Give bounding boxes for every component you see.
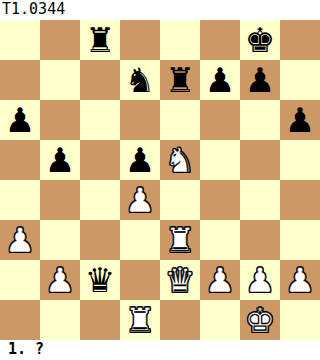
square-a4[interactable] <box>0 180 40 220</box>
black-king[interactable]: ♚ <box>245 20 275 60</box>
square-b2[interactable]: ♟ <box>40 260 80 300</box>
white-pawn[interactable]: ♟ <box>5 220 35 260</box>
square-a3[interactable]: ♟ <box>0 220 40 260</box>
square-g8[interactable]: ♚ <box>240 20 280 60</box>
square-d7[interactable]: ♞ <box>120 60 160 100</box>
square-c2[interactable]: ♛ <box>80 260 120 300</box>
square-g7[interactable]: ♟ <box>240 60 280 100</box>
black-pawn[interactable]: ♟ <box>45 140 75 180</box>
square-f2[interactable]: ♟ <box>200 260 240 300</box>
square-d5[interactable]: ♟ <box>120 140 160 180</box>
square-f7[interactable]: ♟ <box>200 60 240 100</box>
square-h7[interactable] <box>280 60 320 100</box>
square-e4[interactable] <box>160 180 200 220</box>
square-g2[interactable]: ♟ <box>240 260 280 300</box>
square-a8[interactable] <box>0 20 40 60</box>
square-h4[interactable] <box>280 180 320 220</box>
black-rook[interactable]: ♜ <box>85 20 115 60</box>
square-h8[interactable] <box>280 20 320 60</box>
square-b1[interactable] <box>40 300 80 340</box>
square-e8[interactable] <box>160 20 200 60</box>
square-e3[interactable]: ♜ <box>160 220 200 260</box>
white-rook[interactable]: ♜ <box>165 220 195 260</box>
black-pawn[interactable]: ♟ <box>5 100 35 140</box>
square-b5[interactable]: ♟ <box>40 140 80 180</box>
square-b3[interactable] <box>40 220 80 260</box>
white-pawn[interactable]: ♟ <box>125 180 155 220</box>
square-e1[interactable] <box>160 300 200 340</box>
square-g6[interactable] <box>240 100 280 140</box>
square-d6[interactable] <box>120 100 160 140</box>
square-a7[interactable] <box>0 60 40 100</box>
square-g5[interactable] <box>240 140 280 180</box>
white-king[interactable]: ♚ <box>245 300 275 340</box>
white-pawn[interactable]: ♟ <box>285 260 315 300</box>
square-e5[interactable]: ♞ <box>160 140 200 180</box>
square-a2[interactable] <box>0 260 40 300</box>
square-f6[interactable] <box>200 100 240 140</box>
square-h5[interactable] <box>280 140 320 180</box>
white-pawn[interactable]: ♟ <box>245 260 275 300</box>
square-d4[interactable]: ♟ <box>120 180 160 220</box>
square-c7[interactable] <box>80 60 120 100</box>
move-prompt: 1. ? <box>0 340 320 360</box>
black-pawn[interactable]: ♟ <box>205 60 235 100</box>
black-rook[interactable]: ♜ <box>165 60 195 100</box>
square-f8[interactable] <box>200 20 240 60</box>
square-c8[interactable]: ♜ <box>80 20 120 60</box>
black-queen[interactable]: ♛ <box>85 260 115 300</box>
square-b4[interactable] <box>40 180 80 220</box>
black-pawn[interactable]: ♟ <box>245 60 275 100</box>
black-pawn[interactable]: ♟ <box>125 140 155 180</box>
white-rook[interactable]: ♜ <box>125 300 155 340</box>
square-g3[interactable] <box>240 220 280 260</box>
square-b6[interactable] <box>40 100 80 140</box>
square-a5[interactable] <box>0 140 40 180</box>
square-f3[interactable] <box>200 220 240 260</box>
square-g1[interactable]: ♚ <box>240 300 280 340</box>
square-d8[interactable] <box>120 20 160 60</box>
chess-board[interactable]: ♜♚♞♜♟♟♟♟♟♟♞♟♟♜♟♛♛♟♟♟♜♚ <box>0 20 320 340</box>
square-c1[interactable] <box>80 300 120 340</box>
square-a1[interactable] <box>0 300 40 340</box>
square-h6[interactable]: ♟ <box>280 100 320 140</box>
square-d1[interactable]: ♜ <box>120 300 160 340</box>
square-f4[interactable] <box>200 180 240 220</box>
white-pawn[interactable]: ♟ <box>45 260 75 300</box>
square-e6[interactable] <box>160 100 200 140</box>
black-pawn[interactable]: ♟ <box>285 100 315 140</box>
white-queen[interactable]: ♛ <box>165 260 195 300</box>
black-knight[interactable]: ♞ <box>125 60 155 100</box>
white-knight[interactable]: ♞ <box>165 140 195 180</box>
square-h3[interactable] <box>280 220 320 260</box>
square-c5[interactable] <box>80 140 120 180</box>
square-c6[interactable] <box>80 100 120 140</box>
square-e7[interactable]: ♜ <box>160 60 200 100</box>
square-f5[interactable] <box>200 140 240 180</box>
square-b7[interactable] <box>40 60 80 100</box>
square-h2[interactable]: ♟ <box>280 260 320 300</box>
square-a6[interactable]: ♟ <box>0 100 40 140</box>
square-h1[interactable] <box>280 300 320 340</box>
square-f1[interactable] <box>200 300 240 340</box>
puzzle-title: T1.0344 <box>0 0 320 20</box>
square-d3[interactable] <box>120 220 160 260</box>
square-c3[interactable] <box>80 220 120 260</box>
square-d2[interactable] <box>120 260 160 300</box>
square-b8[interactable] <box>40 20 80 60</box>
square-c4[interactable] <box>80 180 120 220</box>
square-e2[interactable]: ♛ <box>160 260 200 300</box>
white-pawn[interactable]: ♟ <box>205 260 235 300</box>
chess-puzzle-window: T1.0344 ♜♚♞♜♟♟♟♟♟♟♞♟♟♜♟♛♛♟♟♟♜♚ 1. ? <box>0 0 320 360</box>
square-g4[interactable] <box>240 180 280 220</box>
